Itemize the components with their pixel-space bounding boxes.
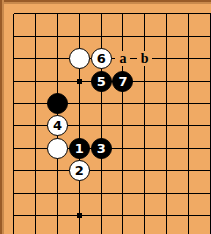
intersection: [47, 25, 69, 47]
grid-line-vertical: [57, 14, 58, 25]
grid-line-horizontal: [177, 215, 199, 216]
intersection: [156, 25, 178, 47]
grid-line-horizontal: [14, 81, 25, 82]
intersection: [3, 3, 25, 25]
grid-line-vertical: [13, 227, 14, 234]
grid-extension: [3, 227, 25, 234]
intersection: [177, 115, 199, 137]
intersection: [199, 204, 211, 226]
grid-line-horizontal: [25, 36, 47, 37]
stone-number: 6: [97, 52, 106, 65]
grid-line-vertical: [101, 227, 102, 234]
intersection: [177, 70, 199, 92]
intersection: [25, 25, 47, 47]
intersection: [68, 204, 90, 226]
intersection: [199, 92, 211, 114]
grid-line-horizontal: [199, 58, 211, 59]
grid-line-horizontal: [25, 125, 47, 126]
grid-line-horizontal: [112, 193, 134, 194]
intersection: [134, 204, 156, 226]
grid-line-horizontal: [112, 36, 134, 37]
grid-line-horizontal: [14, 215, 25, 216]
grid-line-horizontal: [14, 193, 25, 194]
stone-number: 7: [118, 75, 127, 88]
intersection: [199, 48, 211, 70]
grid-line-vertical: [79, 14, 80, 25]
intersection: [90, 25, 112, 47]
intersection: [112, 182, 134, 204]
intersection: [156, 3, 178, 25]
grid-line-horizontal: [134, 125, 156, 126]
grid-line-vertical: [188, 227, 189, 234]
grid-line-horizontal: [156, 170, 178, 171]
grid-line-vertical: [79, 227, 80, 234]
grid-line-horizontal: [90, 125, 112, 126]
grid-extension: [156, 227, 178, 234]
star-point: [77, 213, 82, 218]
grid-line-horizontal: [14, 125, 25, 126]
board-edge-left: [0, 0, 4, 234]
grid-line-horizontal: [177, 148, 199, 149]
grid-line-horizontal: [14, 13, 25, 14]
intersection: [177, 182, 199, 204]
grid-line-vertical: [122, 227, 123, 234]
intersection: [156, 160, 178, 182]
grid-line-horizontal: [47, 193, 69, 194]
intersection: [199, 3, 211, 25]
intersection: [90, 160, 112, 182]
grid-line-horizontal: [177, 36, 199, 37]
grid-line-vertical: [188, 14, 189, 25]
white-stone: [47, 138, 68, 159]
intersection: 6: [90, 48, 112, 70]
intersection: [134, 137, 156, 159]
grid-line-horizontal: [25, 215, 47, 216]
intersection: [199, 182, 211, 204]
grid-line-horizontal: [90, 103, 112, 104]
grid-line-horizontal: [14, 58, 25, 59]
letter-label: b: [137, 51, 152, 66]
grid-line-horizontal: [199, 13, 211, 14]
grid-line-horizontal: [156, 125, 178, 126]
intersection: [156, 115, 178, 137]
grid-extension: [68, 227, 90, 234]
grid-line-horizontal: [90, 215, 112, 216]
intersection: [112, 160, 134, 182]
intersection: 2: [68, 160, 90, 182]
intersection: [47, 70, 69, 92]
grid-line-vertical: [166, 14, 167, 25]
intersection: [177, 25, 199, 47]
intersection: [134, 70, 156, 92]
grid-line-horizontal: [199, 215, 211, 216]
grid-line-horizontal: [177, 58, 199, 59]
grid-line-horizontal: [14, 36, 25, 37]
grid-line-vertical: [166, 227, 167, 234]
star-point: [77, 79, 82, 84]
intersection: [3, 92, 25, 114]
grid-line-horizontal: [90, 13, 112, 14]
intersection: [156, 92, 178, 114]
grid-line-horizontal: [134, 170, 156, 171]
intersection: [177, 160, 199, 182]
intersection: [25, 115, 47, 137]
grid-line-horizontal: [199, 193, 211, 194]
intersection: [134, 25, 156, 47]
intersection: [90, 115, 112, 137]
go-board: 6ab574132: [0, 0, 211, 234]
grid-line-horizontal: [47, 81, 69, 82]
board-grid: 6ab574132: [3, 3, 211, 234]
board-edge-top: [0, 0, 211, 4]
stone-number: 3: [97, 142, 106, 155]
intersection: b: [134, 48, 156, 70]
intersection: [90, 182, 112, 204]
grid-line-horizontal: [177, 81, 199, 82]
intersection: [177, 3, 199, 25]
grid-line-horizontal: [68, 125, 90, 126]
intersection: [68, 48, 90, 70]
grid-line-horizontal: [177, 125, 199, 126]
grid-line-horizontal: [25, 81, 47, 82]
grid-line-horizontal: [199, 170, 211, 171]
intersection: [47, 182, 69, 204]
grid-extension: [199, 227, 211, 234]
grid-line-horizontal: [199, 103, 211, 104]
intersection: [47, 3, 69, 25]
intersection: [112, 3, 134, 25]
grid-line-horizontal: [156, 13, 178, 14]
grid-extension: [47, 227, 69, 234]
grid-line-vertical: [210, 227, 211, 234]
intersection: 4: [47, 115, 69, 137]
intersection: [3, 115, 25, 137]
black-stone: [47, 93, 68, 114]
intersection: [68, 115, 90, 137]
intersection: [3, 160, 25, 182]
stone-number: 2: [75, 164, 84, 177]
intersection: [199, 137, 211, 159]
intersection: [112, 115, 134, 137]
intersection: [25, 182, 47, 204]
grid-line-horizontal: [47, 215, 69, 216]
grid-line-horizontal: [14, 170, 25, 171]
intersection: [3, 137, 25, 159]
grid-line-horizontal: [199, 81, 211, 82]
grid-line-horizontal: [156, 81, 178, 82]
stone-number: 5: [97, 75, 106, 88]
grid-line-horizontal: [156, 148, 178, 149]
grid-line-horizontal: [25, 148, 47, 149]
intersection: [156, 137, 178, 159]
grid-line-horizontal: [134, 13, 156, 14]
grid-extension: [25, 227, 47, 234]
intersection: [156, 182, 178, 204]
intersection: [25, 137, 47, 159]
black-stone: 3: [91, 138, 112, 159]
intersection: [156, 204, 178, 226]
stone-number: 4: [53, 119, 62, 132]
intersection: [199, 25, 211, 47]
intersection: [199, 115, 211, 137]
intersection: [134, 92, 156, 114]
grid-line-horizontal: [134, 215, 156, 216]
intersection: [90, 3, 112, 25]
intersection: [25, 70, 47, 92]
grid-line-horizontal: [68, 36, 90, 37]
black-stone: 5: [91, 71, 112, 92]
intersection: [3, 70, 25, 92]
grid-line-horizontal: [134, 193, 156, 194]
grid-line-horizontal: [112, 148, 134, 149]
intersection: [177, 204, 199, 226]
black-stone: 1: [69, 138, 90, 159]
intersection: [199, 70, 211, 92]
intersection: [134, 160, 156, 182]
intersection: [3, 25, 25, 47]
intersection: [68, 3, 90, 25]
intersection: a: [112, 48, 134, 70]
grid-line-vertical: [35, 227, 36, 234]
grid-line-horizontal: [134, 103, 156, 104]
intersection: [25, 3, 47, 25]
grid-line-horizontal: [112, 170, 134, 171]
grid-line-horizontal: [112, 125, 134, 126]
intersection: [134, 115, 156, 137]
intersection: 1: [68, 137, 90, 159]
intersection: [25, 160, 47, 182]
grid-line-horizontal: [47, 13, 69, 14]
grid-extension: [177, 227, 199, 234]
intersection: [112, 137, 134, 159]
black-stone: 7: [112, 71, 133, 92]
grid-line-horizontal: [112, 103, 134, 104]
intersection: [112, 25, 134, 47]
intersection: [177, 137, 199, 159]
grid-line-horizontal: [112, 13, 134, 14]
grid-line-horizontal: [112, 215, 134, 216]
intersection: [25, 92, 47, 114]
grid-line-horizontal: [14, 103, 25, 104]
grid-line-horizontal: [68, 13, 90, 14]
grid-line-horizontal: [25, 103, 47, 104]
intersection: [68, 92, 90, 114]
intersection: [25, 48, 47, 70]
intersection: [47, 48, 69, 70]
grid-extension: [90, 227, 112, 234]
grid-line-horizontal: [25, 170, 47, 171]
grid-line-vertical: [122, 14, 123, 25]
grid-line-horizontal: [25, 193, 47, 194]
intersection: [134, 182, 156, 204]
intersection: [112, 92, 134, 114]
stone-number: 1: [75, 142, 84, 155]
white-stone: 6: [91, 48, 112, 69]
white-stone: [69, 48, 90, 69]
intersection: [134, 3, 156, 25]
grid-line-horizontal: [177, 193, 199, 194]
intersection: [90, 204, 112, 226]
grid-line-horizontal: [199, 125, 211, 126]
grid-line-horizontal: [156, 36, 178, 37]
grid-line-horizontal: [47, 170, 69, 171]
grid-extension: [112, 227, 134, 234]
grid-line-horizontal: [156, 215, 178, 216]
white-stone: 4: [47, 115, 68, 136]
grid-line-vertical: [210, 14, 211, 25]
intersection: [177, 48, 199, 70]
intersection: [90, 92, 112, 114]
grid-line-horizontal: [156, 58, 178, 59]
intersection: [156, 48, 178, 70]
intersection: [68, 25, 90, 47]
grid-line-horizontal: [177, 13, 199, 14]
intersection: [156, 70, 178, 92]
intersection: [68, 70, 90, 92]
intersection: [177, 92, 199, 114]
letter-label: a: [115, 51, 130, 66]
intersection: [3, 182, 25, 204]
intersection: [47, 204, 69, 226]
intersection: [47, 160, 69, 182]
grid-line-horizontal: [134, 148, 156, 149]
intersection: [47, 92, 69, 114]
grid-line-horizontal: [199, 148, 211, 149]
grid-line-vertical: [13, 14, 14, 25]
intersection: [68, 182, 90, 204]
intersection: [47, 137, 69, 159]
grid-line-horizontal: [68, 193, 90, 194]
grid-line-horizontal: [156, 103, 178, 104]
intersection: [25, 204, 47, 226]
grid-line-vertical: [101, 14, 102, 25]
intersection: [199, 160, 211, 182]
white-stone: 2: [69, 160, 90, 181]
grid-line-horizontal: [177, 103, 199, 104]
grid-line-horizontal: [47, 36, 69, 37]
intersection: [3, 204, 25, 226]
intersection: 3: [90, 137, 112, 159]
grid-line-horizontal: [25, 13, 47, 14]
grid-line-vertical: [35, 14, 36, 25]
grid-line-horizontal: [134, 81, 156, 82]
grid-line-horizontal: [156, 193, 178, 194]
grid-extension: [134, 227, 156, 234]
grid-line-horizontal: [25, 58, 47, 59]
grid-line-horizontal: [14, 148, 25, 149]
grid-line-horizontal: [134, 36, 156, 37]
grid-line-horizontal: [177, 170, 199, 171]
intersection: [112, 204, 134, 226]
intersection: [3, 48, 25, 70]
grid-line-horizontal: [68, 103, 90, 104]
grid-line-horizontal: [199, 36, 211, 37]
grid-line-vertical: [144, 14, 145, 25]
intersection: 5: [90, 70, 112, 92]
grid-line-vertical: [144, 227, 145, 234]
grid-line-horizontal: [47, 58, 69, 59]
grid-line-horizontal: [90, 193, 112, 194]
grid-line-horizontal: [90, 170, 112, 171]
intersection: 7: [112, 70, 134, 92]
grid-line-horizontal: [90, 36, 112, 37]
grid-line-vertical: [57, 227, 58, 234]
